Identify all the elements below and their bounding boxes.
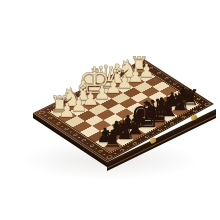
border-ring-ornament — [148, 67, 153, 70]
border-dot-ornament — [114, 153, 116, 154]
chess-set-photo: ♜♟♞♟♝♟♛♟♚♟♝♟♟♜♞♟♟♞♜♟♝♟♟♛♟♚♟♝♟♞♟♜ — [0, 0, 220, 220]
border-dot-ornament — [111, 77, 113, 78]
border-dot-ornament — [87, 143, 89, 144]
border-ring-ornament — [196, 98, 201, 101]
border-dot-ornament — [95, 148, 97, 149]
border-dot-ornament — [202, 101, 204, 102]
border-dot-ornament — [73, 96, 75, 97]
border-ring-ornament — [144, 135, 150, 138]
border-ring-ornament — [203, 102, 210, 106]
border-dot-ornament — [162, 75, 164, 76]
border-dot-ornament — [60, 102, 62, 103]
border-ring-ornament — [97, 150, 103, 153]
border-dot-ornament — [47, 109, 49, 110]
border-ring-ornament — [80, 139, 86, 142]
border-ring-ornament — [172, 82, 177, 85]
border-dot-ornament — [152, 133, 154, 134]
border-dot-ornament — [154, 70, 156, 71]
border-dot-ornament — [45, 115, 47, 116]
border-dot-ornament — [140, 139, 142, 140]
border-dot-ornament — [104, 154, 106, 155]
border-ring-ornament — [55, 122, 61, 125]
border-dot-ornament — [86, 90, 88, 91]
border-dot-ornament — [146, 65, 148, 66]
border-ring-ornament — [116, 73, 122, 76]
border-ring-ornament — [37, 110, 45, 115]
border-ring-ornament — [164, 77, 169, 80]
border-dot-ornament — [177, 86, 179, 87]
border-dot-ornament — [124, 71, 126, 72]
border-dot-ornament — [127, 146, 129, 147]
border-ring-ornament — [52, 104, 58, 107]
border-ring-ornament — [89, 144, 95, 147]
border-dot-ornament — [194, 96, 196, 97]
border-ring-ornament — [180, 87, 185, 90]
border-ring-ornament — [132, 142, 138, 145]
border-ring-ornament — [119, 148, 125, 151]
border-dot-ornament — [164, 126, 166, 127]
border-dot-ornament — [53, 120, 55, 121]
border-dot-ornament — [78, 137, 80, 138]
border-dot-ornament — [99, 83, 101, 84]
border-ring-ornament — [47, 116, 53, 119]
border-dot-ornament — [136, 66, 138, 67]
border-ring-ornament — [72, 133, 78, 136]
border-dot-ornament — [186, 91, 188, 92]
border-ring-ornament — [181, 115, 186, 118]
border-dot-ornament — [188, 113, 190, 114]
border-ring-ornament — [64, 127, 70, 130]
border-ring-ornament — [65, 98, 71, 101]
border-ring-ornament — [188, 92, 193, 95]
border-ring-ornament — [156, 72, 161, 75]
border-ring-ornament — [192, 109, 197, 112]
border-ring-ornament — [105, 155, 113, 160]
border-dot-ornament — [70, 131, 72, 132]
border-dot-ornament — [61, 126, 63, 127]
border-ring-ornament — [78, 92, 84, 95]
border-dot-ornament — [176, 120, 178, 121]
border-ring-ornament — [169, 122, 175, 125]
border-ring-ornament — [103, 79, 109, 82]
border-dot-ornament — [200, 107, 202, 108]
border-dot-ornament — [169, 81, 171, 82]
